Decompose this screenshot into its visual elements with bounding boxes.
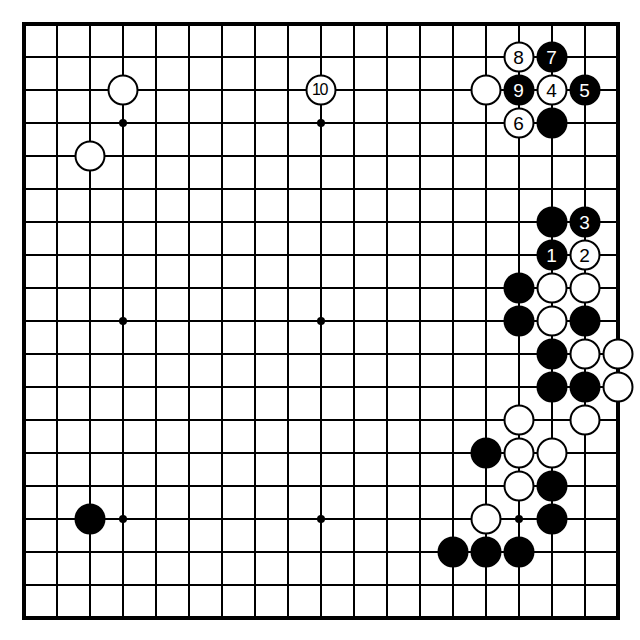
intersection xyxy=(601,172,634,205)
intersection xyxy=(73,370,106,403)
intersection xyxy=(601,568,634,601)
intersection xyxy=(238,106,271,139)
intersection xyxy=(469,40,502,73)
intersection xyxy=(502,205,535,238)
intersection xyxy=(271,139,304,172)
intersection xyxy=(568,568,601,601)
move-number: 8 xyxy=(513,47,524,66)
intersection xyxy=(370,106,403,139)
white-stone xyxy=(536,272,567,303)
intersection xyxy=(271,601,304,634)
intersection xyxy=(7,73,40,106)
intersection xyxy=(502,403,535,436)
intersection xyxy=(304,535,337,568)
intersection xyxy=(601,238,634,271)
intersection xyxy=(238,238,271,271)
intersection xyxy=(601,535,634,568)
intersection xyxy=(337,436,370,469)
intersection xyxy=(337,469,370,502)
intersection xyxy=(403,568,436,601)
intersection xyxy=(271,172,304,205)
intersection xyxy=(304,205,337,238)
intersection xyxy=(73,502,106,535)
white-stone-move-10: 10 xyxy=(305,74,336,105)
intersection xyxy=(40,469,73,502)
intersection xyxy=(337,304,370,337)
intersection xyxy=(370,502,403,535)
intersection xyxy=(568,502,601,535)
intersection xyxy=(469,337,502,370)
intersection xyxy=(403,139,436,172)
intersection xyxy=(436,436,469,469)
intersection xyxy=(436,238,469,271)
black-stone-move-1: 1 xyxy=(536,239,567,270)
intersection xyxy=(502,7,535,40)
black-stone xyxy=(437,536,468,567)
intersection xyxy=(535,271,568,304)
intersection xyxy=(370,337,403,370)
intersection xyxy=(73,568,106,601)
move-number: 4 xyxy=(546,80,557,99)
intersection xyxy=(7,535,40,568)
white-stone xyxy=(569,272,600,303)
intersection xyxy=(7,304,40,337)
intersection xyxy=(40,370,73,403)
intersection xyxy=(40,238,73,271)
intersection xyxy=(601,7,634,40)
intersection xyxy=(469,238,502,271)
intersection xyxy=(403,73,436,106)
star-point xyxy=(119,119,127,127)
intersection xyxy=(502,436,535,469)
intersection xyxy=(304,568,337,601)
intersection xyxy=(535,502,568,535)
intersection xyxy=(172,304,205,337)
intersection xyxy=(304,436,337,469)
intersection xyxy=(568,172,601,205)
intersection xyxy=(139,7,172,40)
intersection xyxy=(205,502,238,535)
intersection xyxy=(304,469,337,502)
intersection xyxy=(106,172,139,205)
intersection xyxy=(205,205,238,238)
intersection xyxy=(271,535,304,568)
black-stone xyxy=(503,272,534,303)
intersection xyxy=(304,238,337,271)
white-stone-move-8: 8 xyxy=(503,41,534,72)
intersection xyxy=(601,403,634,436)
intersection xyxy=(568,601,601,634)
intersection xyxy=(502,337,535,370)
black-stone xyxy=(536,470,567,501)
intersection xyxy=(568,304,601,337)
move-number: 10 xyxy=(312,82,327,98)
intersection xyxy=(7,601,40,634)
intersection xyxy=(535,139,568,172)
intersection xyxy=(601,139,634,172)
intersection xyxy=(370,139,403,172)
intersection xyxy=(568,271,601,304)
star-point xyxy=(317,317,325,325)
intersection xyxy=(502,601,535,634)
intersection xyxy=(601,502,634,535)
intersection xyxy=(73,601,106,634)
intersection xyxy=(436,73,469,106)
intersection xyxy=(337,601,370,634)
star-point xyxy=(317,119,325,127)
intersection xyxy=(535,370,568,403)
intersection xyxy=(304,601,337,634)
intersection xyxy=(7,40,40,73)
white-stone xyxy=(470,74,501,105)
intersection xyxy=(205,601,238,634)
intersection xyxy=(106,568,139,601)
white-stone xyxy=(107,74,138,105)
intersection: 8 xyxy=(502,40,535,73)
intersection xyxy=(436,370,469,403)
intersection xyxy=(106,106,139,139)
move-number: 6 xyxy=(513,113,524,132)
intersection xyxy=(139,469,172,502)
intersection xyxy=(502,535,535,568)
intersection xyxy=(106,337,139,370)
intersection xyxy=(568,370,601,403)
intersection xyxy=(238,271,271,304)
intersection xyxy=(469,436,502,469)
black-stone xyxy=(569,305,600,336)
intersection xyxy=(370,469,403,502)
intersection xyxy=(40,601,73,634)
intersection xyxy=(7,502,40,535)
intersection xyxy=(7,370,40,403)
white-stone xyxy=(503,470,534,501)
white-stone xyxy=(503,404,534,435)
intersection xyxy=(436,40,469,73)
black-stone xyxy=(569,371,600,402)
intersection xyxy=(106,535,139,568)
intersection xyxy=(172,271,205,304)
black-stone xyxy=(536,338,567,369)
intersection xyxy=(304,40,337,73)
intersection xyxy=(568,403,601,436)
white-stone xyxy=(536,305,567,336)
intersection xyxy=(139,205,172,238)
intersection xyxy=(337,106,370,139)
move-number: 1 xyxy=(546,245,557,264)
intersection xyxy=(238,172,271,205)
intersection xyxy=(73,271,106,304)
intersection xyxy=(601,469,634,502)
intersection xyxy=(205,568,238,601)
intersection xyxy=(7,106,40,139)
intersection xyxy=(337,40,370,73)
intersection xyxy=(7,205,40,238)
intersection xyxy=(40,568,73,601)
intersection xyxy=(73,304,106,337)
intersection: 7 xyxy=(535,40,568,73)
intersection xyxy=(106,73,139,106)
intersection xyxy=(271,271,304,304)
intersection xyxy=(403,40,436,73)
intersection xyxy=(7,568,40,601)
intersection xyxy=(238,139,271,172)
white-stone xyxy=(602,338,633,369)
intersection xyxy=(73,436,106,469)
intersection xyxy=(7,172,40,205)
intersection xyxy=(172,469,205,502)
intersection xyxy=(172,568,205,601)
intersection xyxy=(7,469,40,502)
intersection xyxy=(304,370,337,403)
intersection xyxy=(172,370,205,403)
intersection xyxy=(535,403,568,436)
intersection xyxy=(139,238,172,271)
intersection xyxy=(139,172,172,205)
intersection xyxy=(601,205,634,238)
intersection xyxy=(469,601,502,634)
black-stone xyxy=(536,371,567,402)
intersection xyxy=(139,601,172,634)
intersection xyxy=(172,73,205,106)
intersection xyxy=(40,139,73,172)
intersection xyxy=(370,568,403,601)
intersection xyxy=(271,502,304,535)
intersection xyxy=(271,304,304,337)
intersection xyxy=(139,304,172,337)
intersection xyxy=(238,7,271,40)
intersection xyxy=(205,469,238,502)
intersection xyxy=(436,271,469,304)
intersection xyxy=(568,535,601,568)
intersection xyxy=(469,370,502,403)
intersection xyxy=(238,436,271,469)
intersection xyxy=(106,7,139,40)
intersection xyxy=(436,304,469,337)
intersection xyxy=(106,205,139,238)
black-stone xyxy=(536,206,567,237)
white-stone xyxy=(74,140,105,171)
intersection xyxy=(304,502,337,535)
intersection xyxy=(172,106,205,139)
black-stone xyxy=(536,503,567,534)
intersection xyxy=(469,271,502,304)
intersection xyxy=(40,436,73,469)
intersection: 4 xyxy=(535,73,568,106)
intersection xyxy=(7,238,40,271)
intersection xyxy=(73,172,106,205)
black-stone-move-7: 7 xyxy=(536,41,567,72)
intersection xyxy=(40,7,73,40)
intersection xyxy=(172,139,205,172)
intersection xyxy=(205,73,238,106)
intersection xyxy=(403,7,436,40)
intersection xyxy=(172,40,205,73)
intersection xyxy=(469,304,502,337)
intersection xyxy=(403,535,436,568)
intersection xyxy=(40,337,73,370)
white-stone xyxy=(503,437,534,468)
black-stone xyxy=(470,536,501,567)
intersection xyxy=(535,172,568,205)
intersection xyxy=(172,205,205,238)
intersection xyxy=(601,370,634,403)
intersection xyxy=(73,73,106,106)
white-stone xyxy=(602,371,633,402)
intersection xyxy=(304,139,337,172)
intersection xyxy=(403,601,436,634)
intersection xyxy=(106,601,139,634)
intersection xyxy=(436,568,469,601)
intersection: 6 xyxy=(502,106,535,139)
intersection xyxy=(205,436,238,469)
star-point xyxy=(119,317,127,325)
intersection xyxy=(238,304,271,337)
intersection xyxy=(370,436,403,469)
intersection xyxy=(73,106,106,139)
intersection xyxy=(535,304,568,337)
intersection xyxy=(139,436,172,469)
go-board: 87109456312 xyxy=(7,7,634,634)
white-stone-move-2: 2 xyxy=(569,239,600,270)
intersection xyxy=(337,238,370,271)
intersection xyxy=(106,469,139,502)
intersection xyxy=(205,238,238,271)
intersection xyxy=(106,370,139,403)
intersection xyxy=(73,535,106,568)
move-number: 9 xyxy=(513,80,524,99)
intersection xyxy=(568,139,601,172)
intersection xyxy=(436,502,469,535)
intersection xyxy=(139,403,172,436)
intersection xyxy=(7,436,40,469)
intersection xyxy=(370,535,403,568)
intersection xyxy=(238,502,271,535)
intersection xyxy=(40,304,73,337)
intersection xyxy=(601,271,634,304)
intersection xyxy=(73,205,106,238)
move-number: 2 xyxy=(579,245,590,264)
intersection xyxy=(535,205,568,238)
white-stone xyxy=(470,503,501,534)
intersection xyxy=(304,7,337,40)
intersection: 3 xyxy=(568,205,601,238)
intersection xyxy=(403,436,436,469)
intersection xyxy=(238,370,271,403)
intersection xyxy=(568,337,601,370)
intersection xyxy=(205,304,238,337)
intersection xyxy=(337,139,370,172)
intersection xyxy=(304,403,337,436)
intersection xyxy=(205,337,238,370)
intersection xyxy=(469,568,502,601)
white-stone xyxy=(569,338,600,369)
intersection xyxy=(502,238,535,271)
intersection xyxy=(535,436,568,469)
intersection xyxy=(271,40,304,73)
intersection xyxy=(106,139,139,172)
intersection xyxy=(139,106,172,139)
intersection xyxy=(139,139,172,172)
intersection xyxy=(271,403,304,436)
intersection xyxy=(370,205,403,238)
intersection xyxy=(337,535,370,568)
white-stone xyxy=(569,404,600,435)
intersection: 5 xyxy=(568,73,601,106)
intersection xyxy=(337,7,370,40)
intersection xyxy=(139,73,172,106)
intersection xyxy=(502,502,535,535)
intersection xyxy=(139,370,172,403)
intersection xyxy=(502,172,535,205)
star-point xyxy=(317,515,325,523)
intersection xyxy=(172,337,205,370)
intersection xyxy=(205,370,238,403)
intersection xyxy=(205,172,238,205)
intersection xyxy=(568,7,601,40)
intersection xyxy=(436,403,469,436)
intersection xyxy=(40,271,73,304)
intersection xyxy=(370,403,403,436)
intersection xyxy=(271,370,304,403)
intersection xyxy=(40,205,73,238)
intersection xyxy=(469,403,502,436)
intersection xyxy=(403,271,436,304)
intersection xyxy=(436,601,469,634)
intersection xyxy=(436,106,469,139)
intersection xyxy=(172,436,205,469)
intersection xyxy=(370,7,403,40)
intersection xyxy=(7,403,40,436)
intersection xyxy=(238,73,271,106)
intersection xyxy=(370,73,403,106)
intersection xyxy=(568,106,601,139)
intersection xyxy=(469,7,502,40)
intersection xyxy=(502,139,535,172)
intersection xyxy=(238,568,271,601)
intersection xyxy=(370,370,403,403)
intersection xyxy=(7,337,40,370)
intersection xyxy=(403,205,436,238)
intersection xyxy=(601,337,634,370)
intersection xyxy=(106,271,139,304)
intersection xyxy=(403,469,436,502)
intersection xyxy=(238,403,271,436)
intersection xyxy=(271,106,304,139)
intersection xyxy=(337,271,370,304)
intersection xyxy=(238,337,271,370)
intersection xyxy=(40,40,73,73)
intersection xyxy=(172,403,205,436)
intersection xyxy=(535,568,568,601)
intersection xyxy=(568,469,601,502)
intersection xyxy=(271,7,304,40)
intersection xyxy=(337,568,370,601)
intersection xyxy=(304,106,337,139)
intersection xyxy=(106,40,139,73)
move-number: 5 xyxy=(579,80,590,99)
intersection xyxy=(172,238,205,271)
intersection xyxy=(436,337,469,370)
intersection xyxy=(436,535,469,568)
intersection: 9 xyxy=(502,73,535,106)
intersection xyxy=(73,40,106,73)
intersection xyxy=(106,403,139,436)
intersection xyxy=(436,469,469,502)
intersection xyxy=(502,304,535,337)
white-stone xyxy=(536,437,567,468)
intersection xyxy=(337,502,370,535)
intersection xyxy=(304,271,337,304)
